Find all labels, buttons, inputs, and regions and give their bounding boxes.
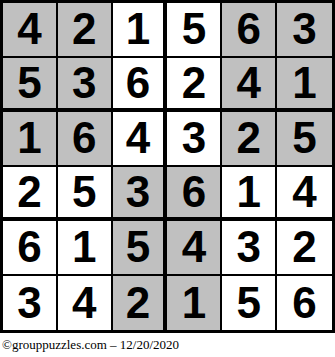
sudoku-board: 421563536241164325253614615432342156 (0, 0, 335, 333)
sudoku-cell-r6c4[interactable]: 1 (167, 276, 222, 331)
sudoku-cell-r4c1[interactable]: 2 (3, 167, 58, 222)
sudoku-cell-r2c2[interactable]: 3 (58, 58, 113, 113)
copyright-credit: ©grouppuzzles.com – 12/20/2020 (0, 333, 335, 357)
sudoku-cell-r3c4[interactable]: 3 (167, 112, 222, 167)
sudoku-cell-r5c1[interactable]: 6 (3, 221, 58, 276)
sudoku-cell-r1c5[interactable]: 6 (222, 3, 277, 58)
sudoku-cell-r1c1[interactable]: 4 (3, 3, 58, 58)
sudoku-cell-r1c2[interactable]: 2 (58, 3, 113, 58)
sudoku-cell-r1c4[interactable]: 5 (167, 3, 222, 58)
sudoku-cell-r2c6[interactable]: 1 (277, 58, 332, 113)
sudoku-cell-r6c3[interactable]: 2 (113, 276, 168, 331)
sudoku-cell-r3c5[interactable]: 2 (222, 112, 277, 167)
sudoku-cell-r5c5[interactable]: 3 (222, 221, 277, 276)
sudoku-cell-r5c2[interactable]: 1 (58, 221, 113, 276)
sudoku-cell-r2c1[interactable]: 5 (3, 58, 58, 113)
sudoku-cell-r5c3[interactable]: 5 (113, 221, 168, 276)
sudoku-cell-r1c3[interactable]: 1 (113, 3, 168, 58)
sudoku-cell-r5c4[interactable]: 4 (167, 221, 222, 276)
sudoku-cell-r3c3[interactable]: 4 (113, 112, 168, 167)
sudoku-cell-r4c3[interactable]: 3 (113, 167, 168, 222)
sudoku-cell-r4c5[interactable]: 1 (222, 167, 277, 222)
sudoku-cell-r4c4[interactable]: 6 (167, 167, 222, 222)
sudoku-cell-r3c2[interactable]: 6 (58, 112, 113, 167)
sudoku-cell-r6c1[interactable]: 3 (3, 276, 58, 331)
sudoku-cell-r4c2[interactable]: 5 (58, 167, 113, 222)
sudoku-cell-r2c3[interactable]: 6 (113, 58, 168, 113)
sudoku-cell-r4c6[interactable]: 4 (277, 167, 332, 222)
sudoku-cell-r1c6[interactable]: 3 (277, 3, 332, 58)
sudoku-cell-r3c6[interactable]: 5 (277, 112, 332, 167)
sudoku-cell-r5c6[interactable]: 2 (277, 221, 332, 276)
sudoku-cell-r6c6[interactable]: 6 (277, 276, 332, 331)
sudoku-cell-r3c1[interactable]: 1 (3, 112, 58, 167)
sudoku-cell-r2c4[interactable]: 2 (167, 58, 222, 113)
sudoku-cell-r6c2[interactable]: 4 (58, 276, 113, 331)
sudoku-cell-r6c5[interactable]: 5 (222, 276, 277, 331)
sudoku-cell-r2c5[interactable]: 4 (222, 58, 277, 113)
